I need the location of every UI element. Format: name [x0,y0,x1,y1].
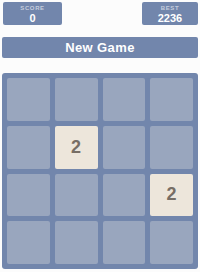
empty-cell [55,221,98,264]
empty-cell [7,78,50,121]
game-board: 22 [2,73,198,269]
empty-cell [150,221,193,264]
score-box: SCORE 0 [3,2,62,25]
empty-cell [103,221,146,264]
empty-cell [150,126,193,169]
score-value: 0 [29,12,35,24]
empty-cell [150,78,193,121]
best-label: BEST [161,5,179,12]
tile-2: 2 [150,174,193,217]
empty-cell [7,221,50,264]
score-label: SCORE [20,5,44,12]
best-score-box: BEST 2236 [142,2,198,25]
empty-cell [55,78,98,121]
empty-cell [55,174,98,217]
tile-2: 2 [55,126,98,169]
empty-cell [103,174,146,217]
empty-cell [103,126,146,169]
empty-cell [103,78,146,121]
new-game-button[interactable]: New Game [2,37,198,58]
empty-cell [7,126,50,169]
best-value: 2236 [158,12,182,24]
empty-cell [7,174,50,217]
